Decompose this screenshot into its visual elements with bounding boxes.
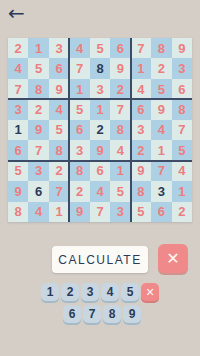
sudoku-cell-r7c3[interactable]: 2 — [49, 161, 69, 181]
sudoku-cell-r8c1[interactable]: 9 — [8, 181, 28, 201]
sudoku-cell-r5c6[interactable]: 8 — [110, 120, 130, 140]
sudoku-cell-r3c4[interactable]: 1 — [69, 79, 89, 99]
sudoku-cell-r4c3[interactable]: 4 — [49, 99, 69, 119]
sudoku-cell-r1c5[interactable]: 5 — [90, 38, 110, 58]
sudoku-cell-r7c8[interactable]: 7 — [151, 161, 171, 181]
box-divider-horizontal-2 — [8, 160, 192, 162]
numpad-button-4[interactable]: 4 — [101, 283, 119, 301]
sudoku-cell-r4c8[interactable]: 9 — [151, 99, 171, 119]
sudoku-cell-r9c6[interactable]: 3 — [110, 202, 130, 222]
sudoku-cell-r6c1[interactable]: 6 — [8, 140, 28, 160]
sudoku-cell-r8c2[interactable]: 6 — [28, 181, 48, 201]
sudoku-cell-r9c9[interactable]: 2 — [172, 202, 192, 222]
sudoku-cell-r3c8[interactable]: 5 — [151, 79, 171, 99]
sudoku-cell-r6c5[interactable]: 9 — [90, 140, 110, 160]
sudoku-cell-r2c9[interactable]: 3 — [172, 58, 192, 78]
box-divider-vertical-1 — [68, 38, 70, 222]
sudoku-cell-r7c1[interactable]: 5 — [8, 161, 28, 181]
sudoku-cell-r2c2[interactable]: 5 — [28, 58, 48, 78]
sudoku-cell-r7c6[interactable]: 1 — [110, 161, 130, 181]
sudoku-cell-r8c9[interactable]: 1 — [172, 181, 192, 201]
sudoku-cell-r5c8[interactable]: 4 — [151, 120, 171, 140]
close-button[interactable]: ✕ — [158, 244, 188, 273]
sudoku-cell-r4c7[interactable]: 6 — [131, 99, 151, 119]
sudoku-cell-r6c7[interactable]: 2 — [131, 140, 151, 160]
calculate-button[interactable]: CALCULATE — [52, 246, 148, 273]
sudoku-app-screen: ← 21345678945678912378913245632451769819… — [0, 0, 200, 356]
numpad-button-3[interactable]: 3 — [81, 283, 99, 301]
sudoku-cell-r2c4[interactable]: 7 — [69, 58, 89, 78]
sudoku-cell-r5c7[interactable]: 3 — [131, 120, 151, 140]
sudoku-cell-r9c7[interactable]: 5 — [131, 202, 151, 222]
numpad-delete-button[interactable]: ✕ — [141, 283, 159, 301]
sudoku-cell-r2c3[interactable]: 6 — [49, 58, 69, 78]
numpad-button-7[interactable]: 7 — [83, 305, 101, 323]
sudoku-cell-r8c3[interactable]: 7 — [49, 181, 69, 201]
sudoku-cell-r9c4[interactable]: 9 — [69, 202, 89, 222]
numpad-row-1: 12345✕ — [41, 283, 159, 301]
numpad-button-9[interactable]: 9 — [123, 305, 141, 323]
numpad-button-2[interactable]: 2 — [61, 283, 79, 301]
sudoku-cell-r7c9[interactable]: 4 — [172, 161, 192, 181]
sudoku-cell-r3c6[interactable]: 2 — [110, 79, 130, 99]
sudoku-cell-r8c4[interactable]: 2 — [69, 181, 89, 201]
sudoku-cell-r6c4[interactable]: 3 — [69, 140, 89, 160]
sudoku-cell-r4c4[interactable]: 5 — [69, 99, 89, 119]
back-arrow-icon[interactable]: ← — [8, 1, 25, 25]
sudoku-cell-r2c5[interactable]: 8 — [90, 58, 110, 78]
sudoku-cell-r3c7[interactable]: 4 — [131, 79, 151, 99]
sudoku-cell-r8c6[interactable]: 5 — [110, 181, 130, 201]
sudoku-cell-r8c8[interactable]: 3 — [151, 181, 171, 201]
sudoku-cell-r2c6[interactable]: 9 — [110, 58, 130, 78]
sudoku-cell-r1c3[interactable]: 3 — [49, 38, 69, 58]
sudoku-cell-r2c8[interactable]: 2 — [151, 58, 171, 78]
sudoku-cell-r4c1[interactable]: 3 — [8, 99, 28, 119]
sudoku-cell-r5c2[interactable]: 9 — [28, 120, 48, 140]
sudoku-cell-r9c2[interactable]: 4 — [28, 202, 48, 222]
numpad-button-8[interactable]: 8 — [103, 305, 121, 323]
sudoku-cell-r6c8[interactable]: 1 — [151, 140, 171, 160]
sudoku-cell-r7c5[interactable]: 6 — [90, 161, 110, 181]
sudoku-cell-r1c9[interactable]: 9 — [172, 38, 192, 58]
sudoku-cell-r7c4[interactable]: 8 — [69, 161, 89, 181]
sudoku-cell-r3c1[interactable]: 7 — [8, 79, 28, 99]
sudoku-cell-r4c5[interactable]: 1 — [90, 99, 110, 119]
sudoku-cell-r9c3[interactable]: 1 — [49, 202, 69, 222]
numpad-button-1[interactable]: 1 — [41, 283, 59, 301]
sudoku-cell-r8c5[interactable]: 4 — [90, 181, 110, 201]
sudoku-cell-r6c6[interactable]: 4 — [110, 140, 130, 160]
sudoku-cell-r7c2[interactable]: 3 — [28, 161, 48, 181]
sudoku-cell-r1c2[interactable]: 1 — [28, 38, 48, 58]
sudoku-cell-r8c7[interactable]: 8 — [131, 181, 151, 201]
sudoku-cell-r4c9[interactable]: 8 — [172, 99, 192, 119]
sudoku-cell-r5c4[interactable]: 6 — [69, 120, 89, 140]
numpad-button-6[interactable]: 6 — [63, 305, 81, 323]
sudoku-cell-r5c5[interactable]: 2 — [90, 120, 110, 140]
sudoku-cell-r3c3[interactable]: 9 — [49, 79, 69, 99]
sudoku-cell-r4c6[interactable]: 7 — [110, 99, 130, 119]
sudoku-cell-r6c2[interactable]: 7 — [28, 140, 48, 160]
sudoku-cell-r4c2[interactable]: 2 — [28, 99, 48, 119]
numpad-row-2: 6789 — [63, 305, 141, 323]
sudoku-cell-r5c9[interactable]: 7 — [172, 120, 192, 140]
sudoku-cell-r3c9[interactable]: 6 — [172, 79, 192, 99]
box-divider-horizontal-1 — [8, 98, 192, 100]
sudoku-cell-r1c1[interactable]: 2 — [8, 38, 28, 58]
sudoku-cell-r3c2[interactable]: 8 — [28, 79, 48, 99]
sudoku-cell-r3c5[interactable]: 3 — [90, 79, 110, 99]
sudoku-cell-r1c7[interactable]: 7 — [131, 38, 151, 58]
sudoku-board: 2134567894567891237891324563245176981956… — [8, 38, 192, 222]
sudoku-cell-r2c7[interactable]: 1 — [131, 58, 151, 78]
sudoku-cell-r5c3[interactable]: 5 — [49, 120, 69, 140]
sudoku-cell-r1c6[interactable]: 6 — [110, 38, 130, 58]
sudoku-cell-r2c1[interactable]: 4 — [8, 58, 28, 78]
sudoku-cell-r6c3[interactable]: 8 — [49, 140, 69, 160]
sudoku-cell-r6c9[interactable]: 5 — [172, 140, 192, 160]
numpad-button-5[interactable]: 5 — [121, 283, 139, 301]
sudoku-cell-r9c1[interactable]: 8 — [8, 202, 28, 222]
box-divider-vertical-2 — [130, 38, 132, 222]
sudoku-cell-r1c4[interactable]: 4 — [69, 38, 89, 58]
close-icon: ✕ — [166, 251, 179, 267]
sudoku-cell-r9c8[interactable]: 6 — [151, 202, 171, 222]
sudoku-cell-r9c5[interactable]: 7 — [90, 202, 110, 222]
sudoku-cell-r7c7[interactable]: 9 — [131, 161, 151, 181]
sudoku-cell-r1c8[interactable]: 8 — [151, 38, 171, 58]
sudoku-cell-r5c1[interactable]: 1 — [8, 120, 28, 140]
